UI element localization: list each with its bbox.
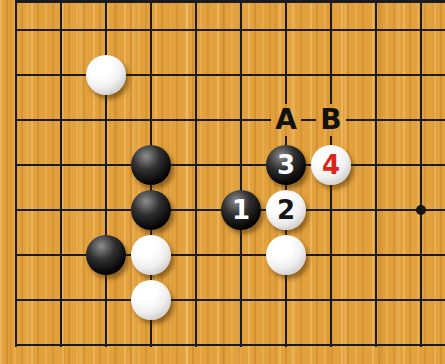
white-stone-move-2[interactable]: 2 [266,190,306,230]
white-stone[interactable] [131,235,171,275]
white-stone-move-4[interactable]: 4 [311,145,351,185]
board-top-edge-line [15,0,445,3]
white-stone[interactable] [266,235,306,275]
star-point [416,205,426,215]
go-board[interactable]: AB1234 [0,0,445,364]
letter-point-b[interactable]: B [316,104,346,136]
white-stone[interactable] [131,280,171,320]
black-stone-move-1[interactable]: 1 [221,190,261,230]
black-stone[interactable] [131,145,171,185]
board-points: AB1234 [0,8,444,364]
letter-point-a[interactable]: A [271,104,301,136]
black-stone-move-3[interactable]: 3 [266,145,306,185]
black-stone[interactable] [86,235,126,275]
black-stone[interactable] [131,190,171,230]
white-stone[interactable] [86,55,126,95]
